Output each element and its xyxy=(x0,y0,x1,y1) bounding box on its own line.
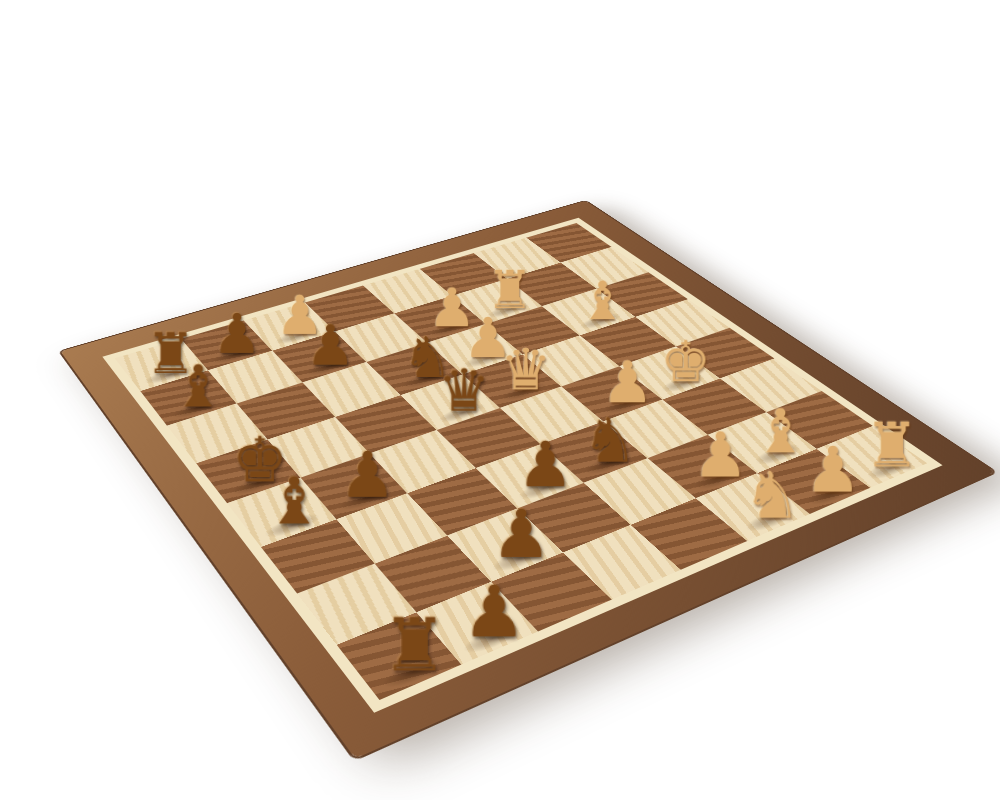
piece-black-pawn-f5: ♟ xyxy=(505,432,584,498)
piece-black-pawn-g6: ♟ xyxy=(479,499,564,569)
board-squares-grid: ♜♟♟♝♟♟♜♞♟♝♚♛♛♝♟♟♚♟♞♟♟♝♜♟♞♟♜ xyxy=(115,223,927,700)
photo-backdrop: ♜♟♟♝♟♟♜♞♟♝♚♛♛♝♟♟♚♟♞♟♟♝♜♟♞♟♜ xyxy=(0,0,1000,800)
chess-board: ♜♟♟♝♟♟♜♞♟♝♚♛♛♝♟♟♚♟♞♟♟♝♜♟♞♟♜ xyxy=(60,201,995,759)
piece-black-bishop-b8: ♝ xyxy=(162,356,236,417)
piece-black-pawn-b6: ♟ xyxy=(295,317,366,375)
board-maple-border: ♜♟♟♝♟♟♜♞♟♝♚♛♛♝♟♟♚♟♞♟♟♝♜♟♞♟♜ xyxy=(102,218,942,713)
piece-white-bishop-c2: ♝ xyxy=(569,273,636,329)
piece-black-bishop-e8: ♝ xyxy=(253,467,335,535)
piece-black-rook-h8: ♜ xyxy=(368,607,461,684)
piece-black-pawn-e7: ♟ xyxy=(327,442,407,508)
board-frame: ♜♟♟♝♟♟♜♞♟♝♚♛♛♝♟♟♚♟♞♟♟♝♜♟♞♟♜ xyxy=(60,201,995,759)
piece-white-knight-h3: ♞ xyxy=(731,462,813,530)
piece-black-queen-d5: ♛ xyxy=(427,361,501,422)
piece-black-pawn-h7: ♟ xyxy=(449,575,539,650)
